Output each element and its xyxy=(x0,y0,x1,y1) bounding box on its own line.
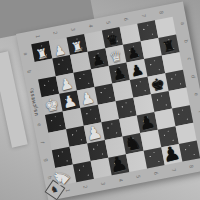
rank-label-bottom-4: 4 xyxy=(118,178,124,182)
piece-bR-b8[interactable]: ♜ xyxy=(161,39,176,56)
rank-label-bottom-3: 3 xyxy=(100,182,106,186)
file-label-right-c: c xyxy=(187,57,192,61)
piece-bQ-a5[interactable]: ♛ xyxy=(105,32,119,47)
rank-label-top-1: 1 xyxy=(35,34,41,38)
file-label-left-b: b xyxy=(26,70,32,74)
rank-label-bottom-2: 2 xyxy=(82,185,88,189)
piece-bP-f6[interactable]: ♟ xyxy=(137,113,156,134)
rank-label-bottom-6: 6 xyxy=(153,171,159,175)
file-label-left-c: c xyxy=(30,88,35,92)
rank-label-top-6: 6 xyxy=(123,17,129,21)
piece-wP-f3[interactable]: ♟ xyxy=(84,123,103,144)
file-label-right-d: d xyxy=(190,75,196,79)
file-label-right-e: e xyxy=(194,92,199,96)
rank-label-bottom-7: 7 xyxy=(171,168,177,172)
rank-label-top-8: 8 xyxy=(158,10,164,14)
piece-wR-a3[interactable]: ♜ xyxy=(70,39,84,54)
piece-bP-c6[interactable]: ♟ xyxy=(129,62,145,80)
piece-wP-d3[interactable]: ♟ xyxy=(79,89,96,108)
piece-wP-d2[interactable]: ♟ xyxy=(61,93,78,112)
rank-label-top-3: 3 xyxy=(70,28,76,32)
square-b8[interactable]: ♜ xyxy=(158,34,179,55)
file-label-right-a: a xyxy=(180,22,185,26)
file-label-left-a: a xyxy=(23,52,28,56)
piece-wR-a1[interactable]: ♜ xyxy=(35,46,49,61)
piece-bK-d7[interactable]: ♚ xyxy=(149,76,166,95)
rank-label-top-7: 7 xyxy=(141,14,147,18)
piece-bP-b4[interactable]: ♟ xyxy=(91,53,106,70)
file-label-right-b: b xyxy=(183,39,189,43)
piece-wP-a2[interactable]: ♟ xyxy=(52,43,66,58)
file-label-left-g: g xyxy=(43,158,49,162)
board-grid: ♜♟♜♛♟♛♟♜♟♟♟♚♟♟♚♟♟♞♞♟♟ xyxy=(31,17,200,186)
file-label-right-f: f xyxy=(198,110,200,113)
rank-label-top-2: 2 xyxy=(52,31,58,35)
photo-scene: US CHESS ♞ ♜♟♜♛♟♛♟♜♟♟♟♚♟♟♚♟♟♞♞♟♟ aa11bb2… xyxy=(0,0,200,200)
rank-label-top-4: 4 xyxy=(88,24,94,28)
piece-bP-c5[interactable]: ♟ xyxy=(111,66,127,84)
chess-board: US CHESS ♞ ♜♟♜♛♟♛♟♜♟♟♟♚♟♟♚♟♟♞♞♟♟ aa11bb2… xyxy=(16,2,200,200)
rank-label-bottom-8: 8 xyxy=(188,164,194,168)
rank-label-bottom-5: 5 xyxy=(135,175,141,179)
file-label-left-f: f xyxy=(39,141,44,144)
square-h8[interactable] xyxy=(179,140,200,161)
file-label-left-e: e xyxy=(37,123,42,127)
piece-wK-d1[interactable]: ♚ xyxy=(43,96,60,115)
rank-label-top-5: 5 xyxy=(105,21,111,25)
